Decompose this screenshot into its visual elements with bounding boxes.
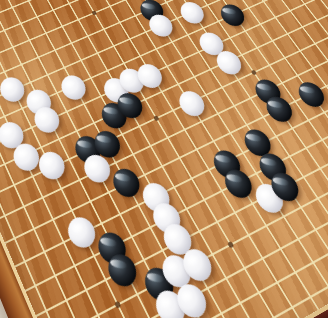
stone-highlight (198, 33, 216, 48)
stone-white[interactable] (175, 87, 210, 120)
stone-highlight (161, 256, 182, 277)
stone-highlight (182, 250, 203, 271)
stone-white[interactable] (63, 213, 100, 253)
stone-highlight (83, 155, 103, 173)
stone-black[interactable] (108, 165, 144, 202)
stone-highlight (272, 177, 288, 187)
stone-highlight (152, 204, 173, 223)
stone-white[interactable] (34, 148, 69, 184)
stone-highlight (142, 3, 155, 10)
stone-highlight (115, 173, 130, 183)
stone-highlight (0, 123, 17, 140)
stone-highlight (176, 285, 198, 307)
stone-highlight (61, 76, 79, 92)
stone-highlight (148, 15, 166, 29)
stone-highlight (215, 52, 233, 67)
stone-highlight (300, 86, 315, 94)
stone-highlight (110, 259, 126, 270)
stone-highlight (13, 144, 32, 162)
stone-white[interactable] (57, 72, 90, 104)
stone-highlight (100, 237, 116, 248)
stone-white[interactable] (176, 0, 208, 27)
stone-highlight (226, 173, 242, 183)
stone-highlight (246, 133, 261, 142)
stone-highlight (147, 272, 163, 283)
stone-highlight (96, 135, 111, 144)
stone-highlight (119, 97, 133, 105)
stone-highlight (257, 83, 272, 91)
stone-highlight (261, 157, 277, 166)
hoshi-point (153, 115, 159, 121)
stone-highlight (119, 69, 137, 85)
stone-highlight (179, 2, 197, 16)
stone-highlight (137, 65, 155, 80)
hoshi-point (251, 70, 257, 76)
stone-highlight (178, 92, 197, 108)
stone-highlight (103, 106, 117, 115)
stone-highlight (142, 184, 162, 203)
go-board (0, 0, 328, 318)
stone-highlight (0, 78, 18, 94)
stone-highlight (26, 90, 44, 106)
stone-highlight (77, 140, 92, 149)
stone-highlight (67, 218, 87, 238)
go-board-photo (0, 0, 328, 318)
stone-black[interactable] (216, 1, 249, 29)
stone-highlight (155, 291, 177, 313)
stone-white[interactable] (0, 74, 28, 106)
hoshi-point (114, 301, 121, 309)
stone-highlight (38, 152, 57, 170)
hoshi-point (91, 10, 97, 15)
stone-black[interactable] (294, 79, 328, 111)
stone-highlight (162, 225, 183, 245)
stone-highlight (34, 108, 53, 125)
hoshi-point (227, 241, 234, 249)
stone-highlight (215, 154, 230, 163)
board-grid[interactable] (0, 0, 328, 318)
stone-highlight (222, 7, 236, 14)
stone-highlight (268, 100, 283, 109)
